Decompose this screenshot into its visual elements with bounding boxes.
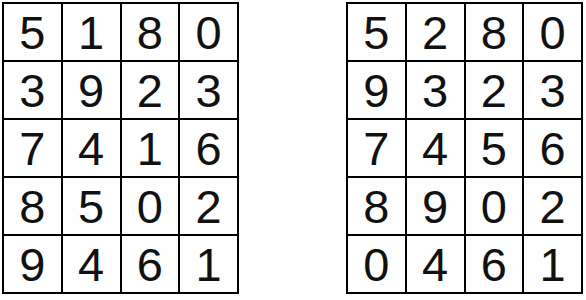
- left-grid-cell-r4c3[interactable]: 0: [122, 178, 179, 234]
- left-grid-cell-r3c1[interactable]: 7: [4, 120, 61, 176]
- right-grid-cell-r3c2[interactable]: 4: [407, 120, 464, 176]
- right-number-grid: 52809323745689020461: [346, 2, 583, 294]
- left-grid-cell-r2c4[interactable]: 3: [180, 62, 237, 118]
- left-grid-cell-r3c2[interactable]: 4: [63, 120, 120, 176]
- right-grid-cell-r2c2[interactable]: 3: [407, 62, 464, 118]
- right-grid-cell-r3c1[interactable]: 7: [348, 120, 405, 176]
- left-grid-cell-r2c2[interactable]: 9: [63, 62, 120, 118]
- left-number-grid: 51803923741685029461: [2, 2, 239, 294]
- left-grid-cell-r1c3[interactable]: 8: [122, 4, 179, 60]
- left-grid-cell-r4c1[interactable]: 8: [4, 178, 61, 234]
- right-grid-cell-r4c3[interactable]: 0: [466, 178, 523, 234]
- left-grid-cell-r5c4[interactable]: 1: [180, 236, 237, 292]
- right-grid-cell-r3c3[interactable]: 5: [466, 120, 523, 176]
- right-grid-cell-r1c4[interactable]: 0: [524, 4, 581, 60]
- right-grid-cell-r4c2[interactable]: 9: [407, 178, 464, 234]
- left-grid-cell-r1c1[interactable]: 5: [4, 4, 61, 60]
- right-grid-cell-r2c3[interactable]: 2: [466, 62, 523, 118]
- right-grid-cell-r1c3[interactable]: 8: [466, 4, 523, 60]
- right-grid-cell-r5c1[interactable]: 0: [348, 236, 405, 292]
- right-grid-cell-r4c1[interactable]: 8: [348, 178, 405, 234]
- right-grid-cell-r1c2[interactable]: 2: [407, 4, 464, 60]
- left-grid-cell-r5c2[interactable]: 4: [63, 236, 120, 292]
- left-grid-cell-r5c3[interactable]: 6: [122, 236, 179, 292]
- left-grid-cell-r3c3[interactable]: 1: [122, 120, 179, 176]
- right-grid-cell-r5c3[interactable]: 6: [466, 236, 523, 292]
- right-grid-cell-r2c1[interactable]: 9: [348, 62, 405, 118]
- left-grid-cell-r2c1[interactable]: 3: [4, 62, 61, 118]
- left-grid-cell-r2c3[interactable]: 2: [122, 62, 179, 118]
- left-grid-cell-r4c2[interactable]: 5: [63, 178, 120, 234]
- right-grid-cell-r3c4[interactable]: 6: [524, 120, 581, 176]
- left-grid-cell-r1c4[interactable]: 0: [180, 4, 237, 60]
- right-grid-cell-r5c4[interactable]: 1: [524, 236, 581, 292]
- left-grid-cell-r3c4[interactable]: 6: [180, 120, 237, 176]
- right-grid-cell-r1c1[interactable]: 5: [348, 4, 405, 60]
- left-grid-cell-r4c4[interactable]: 2: [180, 178, 237, 234]
- left-grid-cell-r5c1[interactable]: 9: [4, 236, 61, 292]
- right-grid-cell-r2c4[interactable]: 3: [524, 62, 581, 118]
- left-grid-cell-r1c2[interactable]: 1: [63, 4, 120, 60]
- right-grid-cell-r4c4[interactable]: 2: [524, 178, 581, 234]
- right-grid-cell-r5c2[interactable]: 4: [407, 236, 464, 292]
